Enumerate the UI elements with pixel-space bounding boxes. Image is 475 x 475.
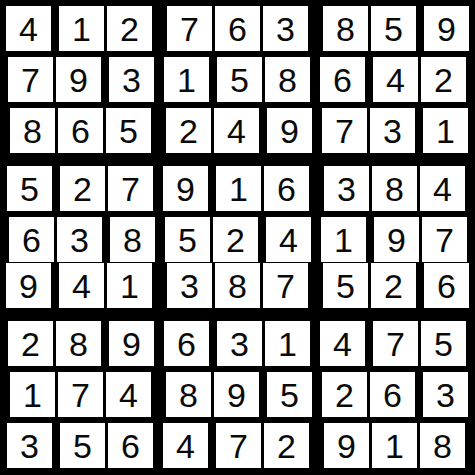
sudoku-cell-r3c7[interactable]: 7 — [322, 108, 367, 153]
sudoku-cell-r5c2[interactable]: 3 — [57, 217, 102, 262]
sudoku-cell-r8c4[interactable]: 8 — [166, 372, 211, 417]
sudoku-cell-r8c3[interactable]: 4 — [106, 372, 151, 417]
sudoku-cell-r9c3[interactable]: 6 — [108, 423, 153, 468]
sudoku-cell-r7c7[interactable]: 4 — [320, 321, 365, 366]
sudoku-cell-r7c6[interactable]: 1 — [265, 321, 310, 366]
sudoku-cell-r3c4[interactable]: 2 — [166, 108, 211, 153]
sudoku-cell-r1c3[interactable]: 2 — [107, 6, 152, 51]
sudoku-cell-r9c7[interactable]: 9 — [324, 423, 369, 468]
sudoku-cell-r5c8[interactable]: 9 — [374, 217, 419, 262]
sudoku-cell-r4c5[interactable]: 1 — [216, 166, 261, 211]
sudoku-cell-r3c5[interactable]: 4 — [214, 108, 259, 153]
sudoku-cell-r9c5[interactable]: 7 — [216, 423, 261, 468]
sudoku-cell-r2c8[interactable]: 4 — [373, 57, 418, 102]
sudoku-cell-r1c5[interactable]: 6 — [215, 6, 260, 51]
sudoku-cell-r5c9[interactable]: 7 — [422, 217, 467, 262]
sudoku-cell-r5c7[interactable]: 1 — [321, 217, 366, 262]
sudoku-cell-r1c4[interactable]: 7 — [167, 6, 212, 51]
sudoku-cell-r8c6[interactable]: 5 — [267, 372, 312, 417]
sudoku-cell-r4c2[interactable]: 2 — [60, 166, 105, 211]
sudoku-cell-r3c1[interactable]: 8 — [10, 108, 55, 153]
sudoku-cell-r2c9[interactable]: 2 — [421, 57, 466, 102]
sudoku-cell-r6c8[interactable]: 2 — [371, 263, 416, 308]
sudoku-cell-r3c3[interactable]: 5 — [106, 108, 151, 153]
sudoku-cell-r8c7[interactable]: 2 — [322, 372, 367, 417]
sudoku-page: 4127638597931586428652497315279163846385… — [0, 0, 475, 475]
sudoku-board: 4127638597931586428652497315279163846385… — [0, 0, 475, 475]
sudoku-cell-r1c9[interactable]: 9 — [424, 6, 469, 51]
sudoku-cell-r8c9[interactable]: 3 — [423, 372, 468, 417]
sudoku-cell-r1c1[interactable]: 4 — [6, 6, 51, 51]
sudoku-cell-r3c6[interactable]: 9 — [267, 108, 312, 153]
sudoku-cell-r8c2[interactable]: 7 — [58, 372, 103, 417]
sudoku-cell-r5c6[interactable]: 4 — [266, 217, 311, 262]
sudoku-cell-r7c8[interactable]: 7 — [373, 321, 418, 366]
sudoku-cell-r9c4[interactable]: 4 — [163, 423, 208, 468]
sudoku-cell-r4c7[interactable]: 3 — [324, 166, 369, 211]
sudoku-cell-r7c4[interactable]: 6 — [164, 321, 209, 366]
sudoku-cell-r9c1[interactable]: 3 — [7, 423, 52, 468]
sudoku-cell-r6c1[interactable]: 9 — [6, 263, 51, 308]
sudoku-cell-r9c9[interactable]: 8 — [420, 423, 465, 468]
sudoku-cell-r2c1[interactable]: 7 — [8, 57, 53, 102]
sudoku-cell-r6c3[interactable]: 1 — [107, 263, 152, 308]
sudoku-cell-r6c5[interactable]: 8 — [215, 263, 260, 308]
sudoku-cell-r6c2[interactable]: 4 — [59, 263, 104, 308]
sudoku-cell-r2c3[interactable]: 3 — [109, 57, 154, 102]
sudoku-cell-r2c2[interactable]: 9 — [56, 57, 101, 102]
sudoku-cell-r6c7[interactable]: 5 — [323, 263, 368, 308]
sudoku-cell-r7c2[interactable]: 8 — [56, 321, 101, 366]
sudoku-cell-r3c8[interactable]: 3 — [370, 108, 415, 153]
sudoku-cell-r4c9[interactable]: 4 — [420, 166, 465, 211]
sudoku-cell-r1c2[interactable]: 1 — [59, 6, 104, 51]
sudoku-cell-r2c4[interactable]: 1 — [164, 57, 209, 102]
sudoku-cell-r8c1[interactable]: 1 — [10, 372, 55, 417]
sudoku-cell-r5c4[interactable]: 5 — [165, 217, 210, 262]
sudoku-cell-r1c6[interactable]: 3 — [263, 6, 308, 51]
sudoku-cell-r7c9[interactable]: 5 — [421, 321, 466, 366]
sudoku-cell-r2c5[interactable]: 5 — [217, 57, 262, 102]
sudoku-cell-r6c4[interactable]: 3 — [167, 263, 212, 308]
sudoku-cell-r8c8[interactable]: 6 — [370, 372, 415, 417]
sudoku-cell-r1c8[interactable]: 5 — [371, 6, 416, 51]
sudoku-cell-r7c5[interactable]: 3 — [217, 321, 262, 366]
sudoku-cell-r6c9[interactable]: 6 — [424, 263, 469, 308]
sudoku-cell-r6c6[interactable]: 7 — [263, 263, 308, 308]
sudoku-cell-r4c4[interactable]: 9 — [163, 166, 208, 211]
sudoku-cell-r4c1[interactable]: 5 — [7, 166, 52, 211]
sudoku-cell-r9c8[interactable]: 1 — [372, 423, 417, 468]
sudoku-cell-r9c6[interactable]: 2 — [264, 423, 309, 468]
sudoku-cell-r5c5[interactable]: 2 — [213, 217, 258, 262]
sudoku-cell-r4c6[interactable]: 6 — [264, 166, 309, 211]
sudoku-cell-r8c5[interactable]: 9 — [214, 372, 259, 417]
sudoku-cell-r4c8[interactable]: 8 — [372, 166, 417, 211]
sudoku-cell-r3c9[interactable]: 1 — [423, 108, 468, 153]
sudoku-cell-r7c1[interactable]: 2 — [8, 321, 53, 366]
sudoku-cell-r5c3[interactable]: 8 — [110, 217, 155, 262]
sudoku-cell-r4c3[interactable]: 7 — [108, 166, 153, 211]
sudoku-cell-r7c3[interactable]: 9 — [109, 321, 154, 366]
sudoku-cell-r2c7[interactable]: 6 — [320, 57, 365, 102]
sudoku-cell-r2c6[interactable]: 8 — [265, 57, 310, 102]
sudoku-cell-r3c2[interactable]: 6 — [58, 108, 103, 153]
sudoku-cell-r1c7[interactable]: 8 — [323, 6, 368, 51]
sudoku-cell-r9c2[interactable]: 5 — [60, 423, 105, 468]
sudoku-cell-r5c1[interactable]: 6 — [9, 217, 54, 262]
